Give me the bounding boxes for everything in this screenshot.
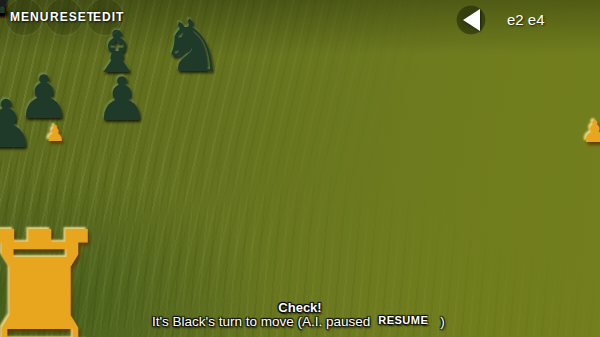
captured-black-n-4[interactable]: ♞: [160, 10, 225, 82]
captured-black-p-0[interactable]: ♟: [0, 92, 36, 158]
turn-status: It's Black's turn to move (A.I. pausedRE…: [152, 314, 445, 329]
captured-white-r-1[interactable]: ♜: [0, 209, 116, 337]
check-status: Check!: [278, 300, 321, 315]
menu-button[interactable]: MENU: [10, 10, 49, 24]
last-move-display: e2 e4: [507, 11, 545, 28]
turn-text-suffix: ): [440, 314, 445, 329]
edit-button[interactable]: EDIT: [93, 10, 124, 24]
captured-white-p-0[interactable]: ♟: [45, 123, 65, 145]
undo-move-button[interactable]: [451, 0, 491, 40]
resume-button[interactable]: RESUME: [378, 314, 428, 326]
chess-game-screen: MENU RESET EDIT e2 e4 AABBCCDDEEFFGGHH11…: [0, 0, 600, 337]
reset-button[interactable]: RESET: [50, 10, 95, 24]
back-arrow-icon: [463, 9, 480, 31]
captured-black-p-3[interactable]: ♟: [95, 69, 149, 129]
captured-white-p-2[interactable]: ♟: [582, 117, 600, 147]
turn-text: It's Black's turn to move (A.I. paused: [152, 314, 370, 329]
